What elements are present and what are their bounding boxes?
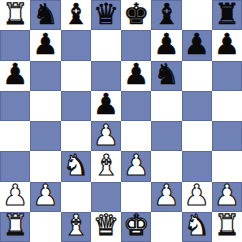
square-d8[interactable]: ♛: [91, 0, 121, 30]
piece-white-pawn[interactable]: ♟: [2, 182, 28, 211]
piece-black-pawn[interactable]: ♟: [184, 30, 210, 59]
square-b5[interactable]: [30, 91, 60, 121]
piece-white-pawn[interactable]: ♟: [153, 182, 179, 211]
square-a3[interactable]: [0, 151, 30, 181]
square-b1[interactable]: [30, 212, 60, 242]
square-f7[interactable]: ♟: [151, 30, 181, 60]
square-c6[interactable]: [61, 61, 91, 91]
square-c5[interactable]: [61, 91, 91, 121]
piece-black-rook[interactable]: ♜: [214, 0, 240, 29]
piece-black-queen[interactable]: ♛: [93, 0, 119, 29]
square-e7[interactable]: [121, 30, 151, 60]
square-h7[interactable]: ♟: [212, 30, 242, 60]
square-c4[interactable]: [61, 121, 91, 151]
square-g4[interactable]: [182, 121, 212, 151]
square-d6[interactable]: [91, 61, 121, 91]
square-c2[interactable]: [61, 182, 91, 212]
piece-black-knight[interactable]: ♞: [32, 0, 58, 29]
square-e4[interactable]: [121, 121, 151, 151]
square-a4[interactable]: [0, 121, 30, 151]
square-h2[interactable]: ♟: [212, 182, 242, 212]
square-c3[interactable]: ♞: [61, 151, 91, 181]
square-d5[interactable]: ♟: [91, 91, 121, 121]
square-b3[interactable]: [30, 151, 60, 181]
piece-black-bishop[interactable]: ♝: [63, 0, 89, 29]
piece-black-pawn[interactable]: ♟: [214, 30, 240, 59]
square-d2[interactable]: [91, 182, 121, 212]
square-b8[interactable]: ♞: [30, 0, 60, 30]
piece-white-pawn[interactable]: ♟: [32, 182, 58, 211]
square-e5[interactable]: [121, 91, 151, 121]
square-g5[interactable]: [182, 91, 212, 121]
square-f4[interactable]: [151, 121, 181, 151]
square-a1[interactable]: ♜: [0, 212, 30, 242]
square-e8[interactable]: ♚: [121, 0, 151, 30]
square-g2[interactable]: ♟: [182, 182, 212, 212]
chess-board: ♜♞♝♛♚♝♜♟♟♟♟♟♟♞♟♟♞♝♟♟♟♟♟♟♜♝♛♚♞♜: [0, 0, 242, 242]
square-d3[interactable]: ♝: [91, 151, 121, 181]
square-d4[interactable]: ♟: [91, 121, 121, 151]
square-f2[interactable]: ♟: [151, 182, 181, 212]
square-e6[interactable]: ♟: [121, 61, 151, 91]
square-c8[interactable]: ♝: [61, 0, 91, 30]
square-b4[interactable]: [30, 121, 60, 151]
piece-white-pawn[interactable]: ♟: [93, 121, 119, 150]
square-h5[interactable]: [212, 91, 242, 121]
square-g7[interactable]: ♟: [182, 30, 212, 60]
square-h8[interactable]: ♜: [212, 0, 242, 30]
square-b2[interactable]: ♟: [30, 182, 60, 212]
square-g3[interactable]: [182, 151, 212, 181]
square-f5[interactable]: [151, 91, 181, 121]
square-d7[interactable]: [91, 30, 121, 60]
piece-white-pawn[interactable]: ♟: [184, 182, 210, 211]
piece-white-pawn[interactable]: ♟: [123, 151, 149, 180]
square-a7[interactable]: [0, 30, 30, 60]
square-h4[interactable]: [212, 121, 242, 151]
square-a8[interactable]: ♜: [0, 0, 30, 30]
piece-white-queen[interactable]: ♛: [93, 212, 119, 241]
square-f3[interactable]: [151, 151, 181, 181]
piece-black-pawn[interactable]: ♟: [32, 30, 58, 59]
square-g1[interactable]: ♞: [182, 212, 212, 242]
piece-black-pawn[interactable]: ♟: [123, 61, 149, 90]
piece-black-pawn[interactable]: ♟: [153, 30, 179, 59]
square-h6[interactable]: [212, 61, 242, 91]
piece-black-knight[interactable]: ♞: [153, 61, 179, 90]
piece-white-rook[interactable]: ♜: [2, 0, 28, 29]
piece-black-bishop[interactable]: ♝: [153, 0, 179, 29]
piece-white-bishop[interactable]: ♝: [63, 212, 89, 241]
piece-white-pawn[interactable]: ♟: [214, 182, 240, 211]
square-h3[interactable]: [212, 151, 242, 181]
square-c1[interactable]: ♝: [61, 212, 91, 242]
chess-app: ♜♞♝♛♚♝♜♟♟♟♟♟♟♞♟♟♞♝♟♟♟♟♟♟♜♝♛♚♞♜: [0, 0, 242, 242]
square-a5[interactable]: [0, 91, 30, 121]
piece-white-rook[interactable]: ♜: [2, 212, 28, 241]
piece-white-rook[interactable]: ♜: [214, 212, 240, 241]
piece-white-king[interactable]: ♚: [123, 212, 149, 241]
piece-black-pawn[interactable]: ♟: [93, 91, 119, 120]
piece-white-knight[interactable]: ♞: [63, 151, 89, 180]
square-e3[interactable]: ♟: [121, 151, 151, 181]
square-e2[interactable]: [121, 182, 151, 212]
square-f1[interactable]: [151, 212, 181, 242]
piece-white-knight[interactable]: ♞: [184, 212, 210, 241]
square-b6[interactable]: [30, 61, 60, 91]
square-b7[interactable]: ♟: [30, 30, 60, 60]
square-a6[interactable]: ♟: [0, 61, 30, 91]
square-g6[interactable]: [182, 61, 212, 91]
square-a2[interactable]: ♟: [0, 182, 30, 212]
square-f6[interactable]: ♞: [151, 61, 181, 91]
piece-black-pawn[interactable]: ♟: [2, 61, 28, 90]
square-f8[interactable]: ♝: [151, 0, 181, 30]
piece-white-bishop[interactable]: ♝: [93, 151, 119, 180]
square-h1[interactable]: ♜: [212, 212, 242, 242]
square-d1[interactable]: ♛: [91, 212, 121, 242]
square-e1[interactable]: ♚: [121, 212, 151, 242]
square-c7[interactable]: [61, 30, 91, 60]
piece-black-king[interactable]: ♚: [123, 0, 149, 29]
square-g8[interactable]: [182, 0, 212, 30]
